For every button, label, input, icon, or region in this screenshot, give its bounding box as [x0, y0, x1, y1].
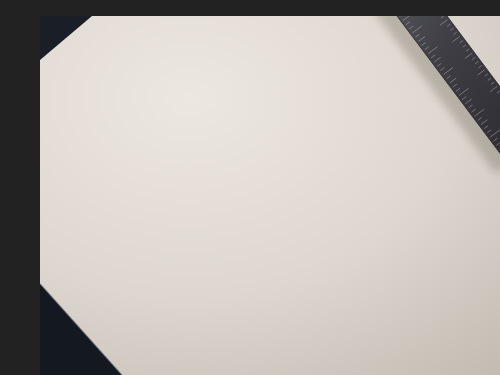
board-scene: [40, 16, 500, 375]
board-photo: Hexagonal wooden board with black and wh…: [40, 16, 500, 375]
